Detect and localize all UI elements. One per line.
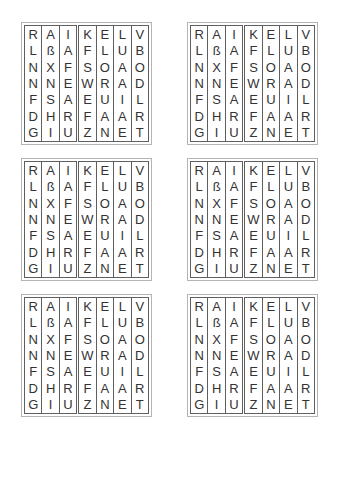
letter-cell: U: [226, 261, 242, 277]
grid-column: VBODLRT: [297, 297, 315, 414]
letter-cell: A: [280, 244, 296, 260]
letter-cell: Z: [245, 397, 261, 413]
letter-cell: N: [97, 397, 113, 413]
letter-cell: N: [25, 331, 41, 347]
letter-cell: A: [42, 162, 58, 178]
letter-cell: L: [114, 26, 130, 42]
letter-cell: V: [298, 298, 314, 314]
grid-column: ELORUAN: [262, 25, 280, 142]
letter-cell: L: [263, 178, 279, 194]
letter-cell: A: [280, 347, 296, 363]
grid-column: KFSWEFZ: [244, 297, 262, 414]
letter-cell: O: [132, 195, 148, 211]
letter-cell: A: [60, 92, 76, 108]
letter-cell: Z: [245, 125, 261, 141]
letter-cell: R: [226, 380, 242, 396]
letter-cell: D: [132, 75, 148, 91]
letter-cell: A: [114, 211, 130, 227]
letter-cell: E: [245, 228, 261, 244]
letter-cell: A: [280, 75, 296, 91]
letter-cell: U: [60, 397, 76, 413]
letter-cell: F: [245, 314, 261, 330]
letter-cell: D: [298, 75, 314, 91]
letter-cell: S: [208, 364, 224, 380]
letter-cell: N: [42, 347, 58, 363]
letter-cell: A: [280, 108, 296, 124]
letter-cell: W: [79, 211, 95, 227]
letter-cell: U: [60, 125, 76, 141]
letter-cell: A: [114, 108, 130, 124]
letter-cell: B: [132, 42, 148, 58]
letter-cell: R: [60, 108, 76, 124]
letter-cell: N: [191, 211, 207, 227]
letter-cell: V: [132, 162, 148, 178]
letter-cell: N: [25, 211, 41, 227]
letter-cell: K: [79, 298, 95, 314]
letter-cell: F: [191, 364, 207, 380]
worksheet-page: RLNNFDGAßXNSHIIAFEARUKFSWEFZELORUANLUAAI…: [0, 0, 353, 500]
grid-column: RLNNFDG: [24, 161, 42, 278]
letter-cell: V: [298, 162, 314, 178]
letter-cell: U: [97, 92, 113, 108]
letter-cell: V: [132, 298, 148, 314]
letter-cell: D: [191, 108, 207, 124]
letter-cell: K: [79, 26, 95, 42]
letter-cell: U: [60, 261, 76, 277]
word-search-grid-3: RLNNFDGAßXNSHIIAFEARUKFSWEFZELORUANLUAAI…: [21, 158, 152, 281]
letter-cell: I: [280, 364, 296, 380]
grid-column: ELORUAN: [262, 297, 280, 414]
letter-cell: H: [208, 380, 224, 396]
letter-cell: F: [245, 244, 261, 260]
letter-cell: A: [263, 244, 279, 260]
letter-cell: Z: [79, 397, 95, 413]
letter-cell: U: [263, 92, 279, 108]
letter-cell: I: [114, 228, 130, 244]
letter-cell: N: [263, 125, 279, 141]
word-search-grid-5: RLNNFDGAßXNSHIIAFEARUKFSWEFZELORUANLUAAI…: [21, 294, 152, 417]
letter-cell: N: [208, 347, 224, 363]
letter-cell: D: [25, 108, 41, 124]
letter-cell: H: [208, 244, 224, 260]
grid-column: LUAAIAE: [113, 25, 131, 142]
letter-cell: T: [132, 125, 148, 141]
letter-cell: I: [42, 125, 58, 141]
letter-cell: R: [263, 75, 279, 91]
letter-cell: F: [79, 42, 95, 58]
letter-cell: O: [97, 195, 113, 211]
grid-column: ELORUAN: [96, 297, 114, 414]
letter-cell: X: [42, 195, 58, 211]
letter-cell: R: [97, 75, 113, 91]
letter-cell: R: [191, 298, 207, 314]
letter-cell: A: [114, 347, 130, 363]
letter-cell: A: [280, 211, 296, 227]
letter-cell: T: [132, 261, 148, 277]
word-search-grid-6: RLNNFDGAßXNSHIIAFEARUKFSWEFZELORUANLUAAI…: [187, 294, 318, 417]
letter-cell: I: [226, 26, 242, 42]
grid-column: AßXNSHI: [41, 297, 59, 414]
letter-cell: U: [280, 42, 296, 58]
grid-column: LUAAIAE: [113, 161, 131, 278]
letter-cell: U: [114, 314, 130, 330]
letter-cell: L: [132, 228, 148, 244]
letter-cell: Z: [79, 261, 95, 277]
letter-cell: I: [208, 261, 224, 277]
letter-cell: N: [97, 125, 113, 141]
grid-column: LUAAIAE: [279, 297, 297, 414]
letter-cell: O: [263, 331, 279, 347]
grid-column: LUAAIAE: [279, 25, 297, 142]
letter-cell: A: [208, 298, 224, 314]
grid-column: IAFEARU: [225, 161, 243, 278]
letter-cell: A: [114, 59, 130, 75]
letter-cell: D: [298, 211, 314, 227]
letter-cell: H: [42, 108, 58, 124]
letter-cell: E: [60, 75, 76, 91]
letter-cell: A: [114, 75, 130, 91]
letter-cell: A: [226, 364, 242, 380]
letter-cell: K: [245, 162, 261, 178]
letter-cell: L: [191, 314, 207, 330]
letter-cell: R: [25, 26, 41, 42]
letter-cell: A: [226, 92, 242, 108]
letter-cell: W: [79, 75, 95, 91]
letter-cell: I: [114, 92, 130, 108]
letter-cell: E: [79, 364, 95, 380]
grid-column: ELORUAN: [262, 161, 280, 278]
letter-cell: E: [280, 397, 296, 413]
letter-cell: G: [25, 261, 41, 277]
letter-cell: L: [25, 314, 41, 330]
letter-cell: D: [25, 244, 41, 260]
letter-cell: B: [298, 42, 314, 58]
letter-cell: E: [280, 261, 296, 277]
letter-cell: F: [226, 59, 242, 75]
letter-cell: R: [25, 162, 41, 178]
letter-cell: N: [42, 211, 58, 227]
letter-cell: L: [298, 228, 314, 244]
grid-column: KFSWEFZ: [78, 25, 96, 142]
letter-cell: W: [245, 75, 261, 91]
grid-column: AßXNSHI: [207, 297, 225, 414]
letter-cell: B: [298, 178, 314, 194]
letter-cell: E: [79, 92, 95, 108]
grid-column: RLNNFDG: [24, 25, 42, 142]
letter-cell: N: [191, 59, 207, 75]
letter-cell: A: [114, 331, 130, 347]
grid-column: AßXNSHI: [41, 161, 59, 278]
letter-cell: F: [60, 331, 76, 347]
letter-cell: R: [60, 380, 76, 396]
letter-cell: G: [25, 397, 41, 413]
grid-column: IAFEARU: [59, 297, 77, 414]
letter-cell: A: [97, 108, 113, 124]
letter-cell: Z: [79, 125, 95, 141]
letter-cell: N: [263, 261, 279, 277]
letter-cell: F: [79, 108, 95, 124]
letter-cell: I: [42, 261, 58, 277]
grid-column: KFSWEFZ: [244, 161, 262, 278]
letter-cell: S: [42, 228, 58, 244]
letter-cell: S: [245, 331, 261, 347]
grid-column: RLNNFDG: [24, 297, 42, 414]
letter-cell: A: [226, 42, 242, 58]
letter-cell: I: [60, 162, 76, 178]
letter-cell: F: [79, 314, 95, 330]
letter-cell: L: [280, 162, 296, 178]
grid-column: IAFEARU: [225, 297, 243, 414]
letter-cell: U: [114, 178, 130, 194]
letter-cell: V: [132, 26, 148, 42]
word-search-grid-2: RLNNFDGAßXNSHIIAFEARUKFSWEFZELORUANLUAAI…: [187, 22, 318, 145]
letter-cell: E: [226, 347, 242, 363]
letter-cell: L: [280, 26, 296, 42]
letter-cell: I: [42, 397, 58, 413]
letter-cell: A: [280, 59, 296, 75]
letter-cell: F: [25, 364, 41, 380]
letter-cell: I: [226, 162, 242, 178]
letter-cell: F: [191, 92, 207, 108]
letter-cell: S: [208, 228, 224, 244]
letter-cell: E: [97, 26, 113, 42]
letter-cell: E: [60, 347, 76, 363]
letter-cell: R: [97, 211, 113, 227]
letter-cell: E: [79, 228, 95, 244]
letter-cell: L: [97, 178, 113, 194]
letter-cell: A: [60, 228, 76, 244]
letter-cell: D: [25, 380, 41, 396]
letter-cell: A: [42, 298, 58, 314]
letter-cell: A: [42, 26, 58, 42]
letter-cell: A: [226, 178, 242, 194]
letter-cell: L: [280, 298, 296, 314]
grid-column: IAFEARU: [59, 25, 77, 142]
letter-cell: O: [97, 59, 113, 75]
grid-column: KFSWEFZ: [244, 25, 262, 142]
letter-cell: F: [245, 380, 261, 396]
letter-cell: R: [263, 211, 279, 227]
letter-cell: X: [42, 331, 58, 347]
letter-cell: ß: [42, 178, 58, 194]
grid-column: RLNNFDG: [190, 297, 208, 414]
grid-column: VBODLRT: [131, 161, 149, 278]
letter-cell: B: [132, 314, 148, 330]
letter-cell: T: [298, 261, 314, 277]
letter-cell: L: [191, 42, 207, 58]
letter-cell: X: [208, 59, 224, 75]
letter-cell: R: [226, 244, 242, 260]
letter-cell: S: [42, 92, 58, 108]
letter-cell: R: [298, 244, 314, 260]
letter-cell: U: [226, 125, 242, 141]
letter-cell: A: [280, 380, 296, 396]
grid-column: VBODLRT: [131, 25, 149, 142]
letter-cell: O: [263, 59, 279, 75]
letter-cell: F: [60, 195, 76, 211]
grid-column: AßXNSHI: [207, 25, 225, 142]
letter-cell: S: [79, 331, 95, 347]
grid-column: ELORUAN: [96, 25, 114, 142]
letter-cell: A: [97, 244, 113, 260]
letter-cell: A: [114, 244, 130, 260]
letter-cell: E: [245, 364, 261, 380]
grid-column: LUAAIAE: [279, 161, 297, 278]
letter-cell: O: [298, 59, 314, 75]
letter-cell: A: [114, 380, 130, 396]
letter-cell: X: [42, 59, 58, 75]
grid-column: VBODLRT: [131, 297, 149, 414]
letter-cell: ß: [208, 178, 224, 194]
letter-cell: O: [97, 331, 113, 347]
letter-cell: A: [208, 26, 224, 42]
letter-cell: X: [208, 331, 224, 347]
letter-cell: A: [226, 314, 242, 330]
letter-cell: N: [25, 75, 41, 91]
letter-cell: N: [191, 195, 207, 211]
letter-cell: H: [42, 380, 58, 396]
letter-cell: A: [60, 178, 76, 194]
letter-cell: E: [97, 162, 113, 178]
letter-cell: O: [298, 195, 314, 211]
letter-cell: N: [191, 347, 207, 363]
letter-cell: L: [132, 92, 148, 108]
letter-cell: G: [191, 397, 207, 413]
letter-cell: F: [25, 92, 41, 108]
letter-cell: B: [298, 314, 314, 330]
letter-cell: O: [132, 331, 148, 347]
grid-column: RLNNFDG: [190, 161, 208, 278]
letter-cell: U: [114, 42, 130, 58]
letter-cell: U: [280, 314, 296, 330]
letter-cell: N: [25, 59, 41, 75]
letter-cell: A: [263, 380, 279, 396]
letter-cell: N: [42, 75, 58, 91]
letter-cell: K: [79, 162, 95, 178]
letter-cell: ß: [208, 42, 224, 58]
letter-cell: E: [263, 162, 279, 178]
letter-cell: E: [114, 397, 130, 413]
letter-cell: I: [60, 26, 76, 42]
letter-cell: R: [97, 347, 113, 363]
letter-cell: O: [132, 59, 148, 75]
grid-column: ELORUAN: [96, 161, 114, 278]
letter-cell: E: [263, 298, 279, 314]
letter-cell: Z: [245, 261, 261, 277]
letter-cell: H: [208, 108, 224, 124]
letter-cell: A: [60, 364, 76, 380]
letter-cell: R: [191, 26, 207, 42]
grid-column: AßXNSHI: [41, 25, 59, 142]
letter-cell: A: [60, 42, 76, 58]
letter-cell: R: [298, 108, 314, 124]
letter-cell: G: [25, 125, 41, 141]
letter-cell: N: [208, 211, 224, 227]
letter-cell: E: [245, 92, 261, 108]
letter-cell: ß: [208, 314, 224, 330]
letter-cell: L: [298, 364, 314, 380]
letter-cell: F: [60, 59, 76, 75]
grid-column: VBODLRT: [297, 25, 315, 142]
letter-cell: A: [280, 331, 296, 347]
letter-cell: W: [245, 347, 261, 363]
letter-cell: R: [60, 244, 76, 260]
letter-cell: N: [263, 397, 279, 413]
letter-cell: E: [226, 211, 242, 227]
letter-cell: A: [263, 108, 279, 124]
letter-cell: E: [226, 75, 242, 91]
letter-cell: I: [280, 228, 296, 244]
letter-cell: S: [79, 195, 95, 211]
letter-cell: L: [132, 364, 148, 380]
letter-cell: F: [245, 108, 261, 124]
letter-cell: U: [263, 228, 279, 244]
grid-column: VBODLRT: [297, 161, 315, 278]
letter-cell: L: [97, 42, 113, 58]
letter-cell: D: [191, 244, 207, 260]
letter-cell: N: [208, 75, 224, 91]
grid-column: IAFEARU: [225, 25, 243, 142]
letter-cell: S: [79, 59, 95, 75]
letter-cell: U: [97, 364, 113, 380]
letter-cell: S: [208, 92, 224, 108]
letter-cell: R: [132, 108, 148, 124]
letter-cell: N: [191, 75, 207, 91]
letter-cell: I: [226, 298, 242, 314]
letter-cell: ß: [42, 42, 58, 58]
letter-cell: E: [280, 125, 296, 141]
letter-cell: A: [208, 162, 224, 178]
letter-cell: F: [79, 178, 95, 194]
letter-cell: U: [97, 228, 113, 244]
letter-cell: N: [97, 261, 113, 277]
letter-cell: A: [60, 314, 76, 330]
letter-cell: F: [79, 380, 95, 396]
letter-cell: A: [97, 380, 113, 396]
letter-cell: F: [245, 42, 261, 58]
letter-cell: N: [25, 347, 41, 363]
letter-cell: L: [114, 298, 130, 314]
grid-column: IAFEARU: [59, 161, 77, 278]
letter-cell: ß: [42, 314, 58, 330]
letter-cell: L: [25, 42, 41, 58]
letter-cell: F: [25, 228, 41, 244]
grid-column: RLNNFDG: [190, 25, 208, 142]
letter-cell: F: [191, 228, 207, 244]
grid-column: KFSWEFZ: [78, 297, 96, 414]
letter-cell: T: [298, 397, 314, 413]
letter-cell: A: [226, 228, 242, 244]
letter-cell: R: [132, 244, 148, 260]
letter-cell: T: [298, 125, 314, 141]
letter-cell: S: [245, 59, 261, 75]
grid-column: KFSWEFZ: [78, 161, 96, 278]
letter-cell: I: [280, 92, 296, 108]
letter-cell: U: [226, 397, 242, 413]
letter-cell: V: [298, 26, 314, 42]
letter-cell: R: [263, 347, 279, 363]
letter-cell: D: [132, 347, 148, 363]
letter-cell: K: [245, 298, 261, 314]
letter-cell: T: [132, 397, 148, 413]
letter-cell: R: [191, 162, 207, 178]
letter-cell: O: [298, 331, 314, 347]
letter-cell: L: [263, 42, 279, 58]
letter-cell: L: [191, 178, 207, 194]
word-search-grid-4: RLNNFDGAßXNSHIIAFEARUKFSWEFZELORUANLUAAI…: [187, 158, 318, 281]
letter-cell: H: [42, 244, 58, 260]
letter-cell: F: [226, 195, 242, 211]
